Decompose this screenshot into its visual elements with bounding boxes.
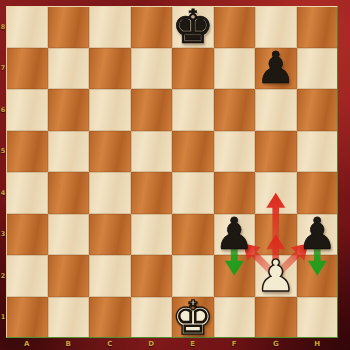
square-b5[interactable] — [48, 131, 90, 173]
square-e5[interactable] — [172, 131, 214, 173]
square-e3[interactable] — [172, 214, 214, 256]
square-h7[interactable] — [297, 48, 339, 90]
square-f2[interactable] — [214, 255, 256, 297]
square-d6[interactable] — [131, 89, 173, 131]
square-c1[interactable] — [89, 297, 131, 339]
black-pawn-glyph: ♟ — [256, 46, 295, 90]
square-e4[interactable] — [172, 172, 214, 214]
square-d4[interactable] — [131, 172, 173, 214]
square-b8[interactable] — [48, 6, 90, 48]
square-a8[interactable] — [6, 6, 48, 48]
square-g6[interactable] — [255, 89, 297, 131]
square-c8[interactable] — [89, 6, 131, 48]
square-a2[interactable] — [6, 255, 48, 297]
square-c3[interactable] — [89, 214, 131, 256]
square-f7[interactable] — [214, 48, 256, 90]
square-a1[interactable] — [6, 297, 48, 339]
square-a3[interactable] — [6, 214, 48, 256]
square-b7[interactable] — [48, 48, 90, 90]
black-pawn-f3[interactable]: ♟ — [214, 214, 256, 256]
square-b6[interactable] — [48, 89, 90, 131]
square-f1[interactable] — [214, 297, 256, 339]
black-pawn-glyph: ♟ — [215, 212, 254, 256]
white-king-glyph: ♚ — [172, 294, 214, 341]
square-g4[interactable] — [255, 172, 297, 214]
square-e6[interactable] — [172, 89, 214, 131]
square-d2[interactable] — [131, 255, 173, 297]
square-a4[interactable] — [6, 172, 48, 214]
white-pawn-g2[interactable]: ♟ — [255, 255, 297, 297]
file-label-f: F — [214, 338, 256, 350]
black-pawn-g7[interactable]: ♟ — [255, 48, 297, 90]
square-d3[interactable] — [131, 214, 173, 256]
file-label-a: A — [6, 338, 48, 350]
square-h1[interactable] — [297, 297, 339, 339]
square-d7[interactable] — [131, 48, 173, 90]
square-c7[interactable] — [89, 48, 131, 90]
white-pawn-glyph: ♟ — [256, 254, 295, 298]
square-g1[interactable] — [255, 297, 297, 339]
chess-board: ♚♟♟♟♟♚ 12345678ABCDEFGH — [0, 0, 350, 350]
square-f8[interactable] — [214, 6, 256, 48]
square-d8[interactable] — [131, 6, 173, 48]
square-g3[interactable] — [255, 214, 297, 256]
square-b3[interactable] — [48, 214, 90, 256]
square-f6[interactable] — [214, 89, 256, 131]
file-label-g: G — [255, 338, 297, 350]
square-c5[interactable] — [89, 131, 131, 173]
black-king-glyph: ♚ — [172, 3, 214, 50]
file-label-h: H — [297, 338, 339, 350]
file-label-c: C — [89, 338, 131, 350]
white-king-e1[interactable]: ♚ — [172, 297, 214, 339]
square-d5[interactable] — [131, 131, 173, 173]
square-b1[interactable] — [48, 297, 90, 339]
square-h8[interactable] — [297, 6, 339, 48]
square-f5[interactable] — [214, 131, 256, 173]
square-c2[interactable] — [89, 255, 131, 297]
square-a5[interactable] — [6, 131, 48, 173]
square-b4[interactable] — [48, 172, 90, 214]
square-h2[interactable] — [297, 255, 339, 297]
square-h5[interactable] — [297, 131, 339, 173]
square-a7[interactable] — [6, 48, 48, 90]
square-a6[interactable] — [6, 89, 48, 131]
square-c6[interactable] — [89, 89, 131, 131]
file-label-b: B — [48, 338, 90, 350]
square-b2[interactable] — [48, 255, 90, 297]
square-g5[interactable] — [255, 131, 297, 173]
black-king-e8[interactable]: ♚ — [172, 6, 214, 48]
square-d1[interactable] — [131, 297, 173, 339]
square-c4[interactable] — [89, 172, 131, 214]
square-h6[interactable] — [297, 89, 339, 131]
black-pawn-h3[interactable]: ♟ — [297, 214, 339, 256]
black-pawn-glyph: ♟ — [298, 212, 337, 256]
file-label-d: D — [131, 338, 173, 350]
